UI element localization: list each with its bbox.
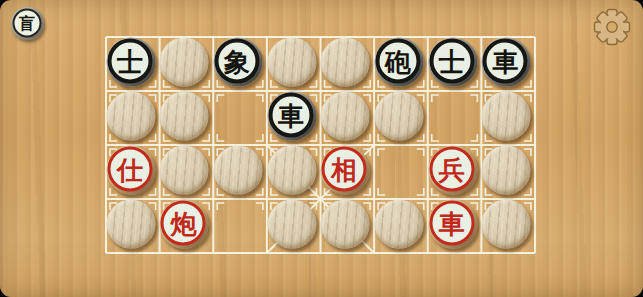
piece-hidden[interactable] <box>267 38 316 87</box>
board-cell[interactable] <box>267 145 321 199</box>
board-cell[interactable] <box>374 91 428 145</box>
settings-button[interactable] <box>588 3 636 51</box>
piece-hidden[interactable] <box>321 200 370 249</box>
piece-hidden[interactable] <box>106 92 155 141</box>
piece-hidden[interactable] <box>160 38 209 87</box>
board-cell[interactable] <box>321 199 375 253</box>
piece-black[interactable]: 車 <box>482 38 531 87</box>
blind-app-button[interactable]: 盲 <box>11 7 44 40</box>
piece-red[interactable]: 車 <box>428 200 477 249</box>
board-cell[interactable] <box>213 91 267 145</box>
board-cell[interactable]: 士 <box>106 37 160 91</box>
piece-black[interactable]: 士 <box>106 38 155 87</box>
piece-hidden[interactable] <box>267 200 316 249</box>
piece-label: 象 <box>215 39 260 84</box>
board-cell[interactable] <box>374 145 428 199</box>
board-cell[interactable] <box>213 145 267 199</box>
board-cell[interactable]: 炮 <box>160 199 214 253</box>
piece-hidden[interactable] <box>106 200 155 249</box>
board-cell[interactable]: 相 <box>321 145 375 199</box>
piece-label: 砲 <box>375 39 420 84</box>
piece-label: 相 <box>322 147 367 192</box>
piece-hidden[interactable] <box>482 200 531 249</box>
board-cell[interactable]: 車 <box>428 199 482 253</box>
piece-hidden[interactable] <box>160 146 209 195</box>
piece-label: 炮 <box>161 201 206 246</box>
board-cell[interactable] <box>106 91 160 145</box>
board-cell[interactable]: 象 <box>213 37 267 91</box>
game-screen: 盲 士象砲士車車仕相兵炮車 <box>0 0 643 297</box>
board-cell[interactable] <box>267 37 321 91</box>
piece-red[interactable]: 兵 <box>428 146 477 195</box>
piece-hidden[interactable] <box>321 38 370 87</box>
board-cell[interactable] <box>267 199 321 253</box>
board-cell[interactable] <box>321 91 375 145</box>
board-cell[interactable] <box>213 199 267 253</box>
board-cell[interactable] <box>481 199 535 253</box>
piece-label: 車 <box>429 201 474 246</box>
board-cell[interactable] <box>321 37 375 91</box>
piece-hidden[interactable] <box>214 146 263 195</box>
board-cell[interactable] <box>428 91 482 145</box>
piece-label: 士 <box>107 39 152 84</box>
board-cell[interactable]: 兵 <box>428 145 482 199</box>
piece-black[interactable]: 砲 <box>374 38 423 87</box>
board-cell[interactable] <box>481 91 535 145</box>
piece-label: 士 <box>429 39 474 84</box>
piece-black[interactable]: 車 <box>267 92 316 141</box>
piece-hidden[interactable] <box>482 146 531 195</box>
piece-red[interactable]: 仕 <box>106 146 155 195</box>
piece-label: 車 <box>268 93 313 138</box>
board-cell[interactable] <box>106 199 160 253</box>
piece-hidden[interactable] <box>160 92 209 141</box>
piece-hidden[interactable] <box>482 92 531 141</box>
board-cell[interactable] <box>481 145 535 199</box>
piece-hidden[interactable] <box>321 92 370 141</box>
board-cell[interactable]: 士 <box>428 37 482 91</box>
piece-hidden[interactable] <box>374 92 423 141</box>
board-cell[interactable]: 車 <box>267 91 321 145</box>
piece-label: 仕 <box>107 147 152 192</box>
piece-black[interactable]: 象 <box>214 38 263 87</box>
board-cell[interactable] <box>160 91 214 145</box>
piece-hidden[interactable] <box>374 200 423 249</box>
piece-hidden[interactable] <box>267 146 316 195</box>
board-cell[interactable] <box>374 199 428 253</box>
gear-icon <box>588 3 636 51</box>
board-cell[interactable] <box>160 145 214 199</box>
board-cell[interactable]: 砲 <box>374 37 428 91</box>
piece-red[interactable]: 炮 <box>160 200 209 249</box>
piece-black[interactable]: 士 <box>428 38 477 87</box>
board-cell[interactable]: 車 <box>481 37 535 91</box>
board: 士象砲士車車仕相兵炮車 <box>106 37 535 253</box>
piece-label: 車 <box>483 39 528 84</box>
board-cell[interactable]: 仕 <box>106 145 160 199</box>
board-cell[interactable] <box>160 37 214 91</box>
piece-red[interactable]: 相 <box>321 146 370 195</box>
piece-label: 兵 <box>429 147 474 192</box>
blind-app-button-label: 盲 <box>13 9 42 38</box>
